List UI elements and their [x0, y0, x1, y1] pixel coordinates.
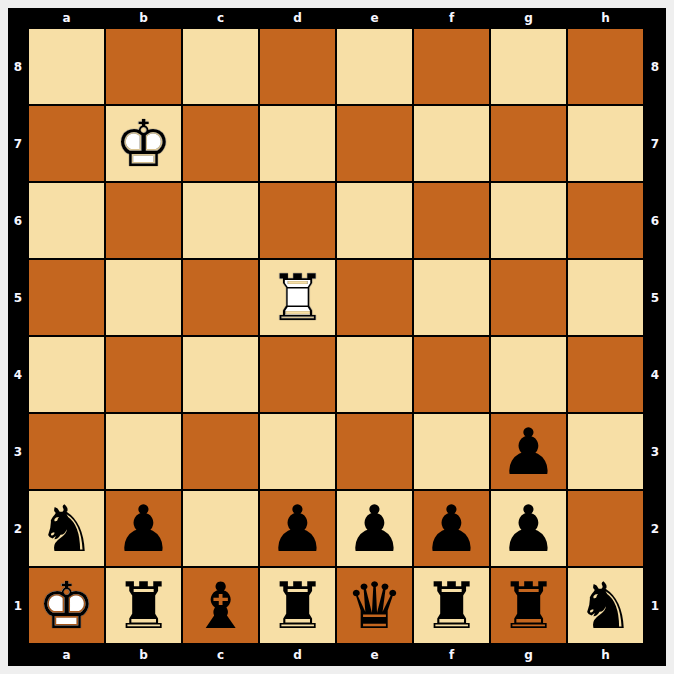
square-b1[interactable]: ♜	[105, 567, 182, 644]
square-b2[interactable]: ♟	[105, 490, 182, 567]
square-b7[interactable]: ♚♔	[105, 105, 182, 182]
rank-label-1-left: 1	[14, 600, 22, 612]
square-b4[interactable]	[105, 336, 182, 413]
piece-black-pawn[interactable]: ♟	[414, 491, 489, 566]
square-g8[interactable]	[490, 28, 567, 105]
piece-black-bishop[interactable]: ♝	[183, 568, 258, 643]
rank-label-2-left: 2	[14, 523, 22, 535]
file-label-a-bottom: a	[62, 649, 70, 661]
square-g4[interactable]	[490, 336, 567, 413]
rank-label-6-right: 6	[651, 215, 659, 227]
square-d3[interactable]	[259, 413, 336, 490]
square-d4[interactable]	[259, 336, 336, 413]
file-label-f-top: f	[449, 12, 454, 24]
square-a2[interactable]: ♞	[28, 490, 105, 567]
piece-black-rook[interactable]: ♜	[106, 568, 181, 643]
file-label-g-top: g	[524, 12, 533, 24]
square-e7[interactable]	[336, 105, 413, 182]
square-e4[interactable]	[336, 336, 413, 413]
white-rook-icon: ♖	[260, 260, 335, 335]
square-f4[interactable]	[413, 336, 490, 413]
square-e8[interactable]	[336, 28, 413, 105]
square-h6[interactable]	[567, 182, 644, 259]
square-b5[interactable]	[105, 259, 182, 336]
rank-label-4-left: 4	[14, 369, 22, 381]
square-c8[interactable]	[182, 28, 259, 105]
square-h7[interactable]	[567, 105, 644, 182]
square-g6[interactable]	[490, 182, 567, 259]
square-a8[interactable]	[28, 28, 105, 105]
square-a6[interactable]	[28, 182, 105, 259]
file-label-d-bottom: d	[293, 649, 302, 661]
file-label-h-bottom: h	[601, 649, 610, 661]
square-a5[interactable]	[28, 259, 105, 336]
square-c2[interactable]	[182, 490, 259, 567]
square-d8[interactable]	[259, 28, 336, 105]
square-e1[interactable]: ♛	[336, 567, 413, 644]
square-d5[interactable]: ♜♖	[259, 259, 336, 336]
piece-white-king[interactable]: ♚♔	[29, 568, 104, 643]
piece-black-rook[interactable]: ♜	[414, 568, 489, 643]
file-label-b-bottom: b	[139, 649, 148, 661]
square-b8[interactable]	[105, 28, 182, 105]
square-h3[interactable]	[567, 413, 644, 490]
file-label-e-bottom: e	[370, 649, 378, 661]
file-label-h-top: h	[601, 12, 610, 24]
square-f8[interactable]	[413, 28, 490, 105]
square-c3[interactable]	[182, 413, 259, 490]
rank-label-6-left: 6	[14, 215, 22, 227]
square-a3[interactable]	[28, 413, 105, 490]
piece-black-pawn[interactable]: ♟	[337, 491, 412, 566]
piece-black-knight[interactable]: ♞	[568, 568, 643, 643]
piece-black-rook[interactable]: ♜	[260, 568, 335, 643]
square-c5[interactable]	[182, 259, 259, 336]
square-d2[interactable]: ♟	[259, 490, 336, 567]
square-a4[interactable]	[28, 336, 105, 413]
square-h5[interactable]	[567, 259, 644, 336]
rank-label-2-right: 2	[651, 523, 659, 535]
file-label-c-top: c	[217, 12, 224, 24]
square-e6[interactable]	[336, 182, 413, 259]
square-h2[interactable]	[567, 490, 644, 567]
chess-board-page: ♚♔♜♖♟♞♟♟♟♟♟♚♔♜♝♜♛♜♜♞ aabbccddeeffgghh887…	[0, 0, 674, 674]
file-label-a-top: a	[62, 12, 70, 24]
square-b6[interactable]	[105, 182, 182, 259]
piece-black-pawn[interactable]: ♟	[260, 491, 335, 566]
piece-black-rook[interactable]: ♜	[491, 568, 566, 643]
square-a7[interactable]	[28, 105, 105, 182]
square-e2[interactable]: ♟	[336, 490, 413, 567]
white-king-icon: ♔	[106, 106, 181, 181]
piece-black-pawn[interactable]: ♟	[106, 491, 181, 566]
rank-label-8-right: 8	[651, 61, 659, 73]
square-e3[interactable]	[336, 413, 413, 490]
square-g3[interactable]: ♟	[490, 413, 567, 490]
square-g2[interactable]: ♟	[490, 490, 567, 567]
board: ♚♔♜♖♟♞♟♟♟♟♟♚♔♜♝♜♛♜♜♞	[28, 28, 644, 644]
piece-black-queen[interactable]: ♛	[337, 568, 412, 643]
square-f5[interactable]	[413, 259, 490, 336]
rank-label-8-left: 8	[14, 61, 22, 73]
rank-label-4-right: 4	[651, 369, 659, 381]
file-label-c-bottom: c	[217, 649, 224, 661]
square-e5[interactable]	[336, 259, 413, 336]
file-label-f-bottom: f	[449, 649, 454, 661]
square-g7[interactable]	[490, 105, 567, 182]
piece-white-king[interactable]: ♚♔	[106, 106, 181, 181]
square-f3[interactable]	[413, 413, 490, 490]
rank-label-5-right: 5	[651, 292, 659, 304]
square-h8[interactable]	[567, 28, 644, 105]
rank-label-3-right: 3	[651, 446, 659, 458]
square-f1[interactable]: ♜	[413, 567, 490, 644]
rank-label-7-right: 7	[651, 138, 659, 150]
piece-white-rook[interactable]: ♜♖	[260, 260, 335, 335]
rank-label-5-left: 5	[14, 292, 22, 304]
rank-label-3-left: 3	[14, 446, 22, 458]
file-label-d-top: d	[293, 12, 302, 24]
file-label-g-bottom: g	[524, 649, 533, 661]
square-b3[interactable]	[105, 413, 182, 490]
file-label-b-top: b	[139, 12, 148, 24]
piece-black-knight[interactable]: ♞	[29, 491, 104, 566]
square-a1[interactable]: ♚♔	[28, 567, 105, 644]
square-d7[interactable]	[259, 105, 336, 182]
piece-black-pawn[interactable]: ♟	[491, 491, 566, 566]
square-f6[interactable]	[413, 182, 490, 259]
square-f2[interactable]: ♟	[413, 490, 490, 567]
white-king-icon: ♔	[29, 568, 104, 643]
square-g1[interactable]: ♜	[490, 567, 567, 644]
square-c7[interactable]	[182, 105, 259, 182]
rank-label-1-right: 1	[651, 600, 659, 612]
square-c6[interactable]	[182, 182, 259, 259]
square-h1[interactable]: ♞	[567, 567, 644, 644]
square-d6[interactable]	[259, 182, 336, 259]
square-h4[interactable]	[567, 336, 644, 413]
square-d1[interactable]: ♜	[259, 567, 336, 644]
square-g5[interactable]	[490, 259, 567, 336]
square-f7[interactable]	[413, 105, 490, 182]
square-c4[interactable]	[182, 336, 259, 413]
piece-black-pawn[interactable]: ♟	[491, 414, 566, 489]
square-c1[interactable]: ♝	[182, 567, 259, 644]
rank-label-7-left: 7	[14, 138, 22, 150]
file-label-e-top: e	[370, 12, 378, 24]
